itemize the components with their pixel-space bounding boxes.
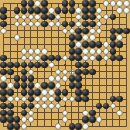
white-stone bbox=[96, 28, 103, 35]
white-stone bbox=[28, 14, 35, 21]
black-stone bbox=[21, 0, 28, 7]
white-stone bbox=[103, 0, 110, 7]
white-stone bbox=[69, 96, 76, 103]
white-stone bbox=[123, 0, 130, 7]
black-stone bbox=[75, 55, 82, 62]
black-stone bbox=[41, 21, 48, 28]
black-stone bbox=[110, 55, 117, 62]
black-stone bbox=[89, 14, 96, 21]
black-stone bbox=[28, 96, 35, 103]
black-stone bbox=[0, 14, 7, 21]
black-stone bbox=[75, 82, 82, 89]
black-stone bbox=[116, 96, 123, 103]
black-stone bbox=[69, 41, 76, 48]
black-stone bbox=[48, 55, 55, 62]
black-stone bbox=[69, 123, 76, 130]
black-stone bbox=[34, 62, 41, 69]
black-stone bbox=[21, 110, 28, 117]
white-stone bbox=[82, 110, 89, 117]
black-stone bbox=[41, 14, 48, 21]
black-stone bbox=[55, 96, 62, 103]
black-stone bbox=[0, 7, 7, 14]
black-stone bbox=[69, 48, 76, 55]
black-stone bbox=[75, 75, 82, 82]
white-stone bbox=[48, 103, 55, 110]
black-stone bbox=[110, 41, 117, 48]
black-stone bbox=[14, 62, 21, 69]
black-stone bbox=[21, 89, 28, 96]
black-stone bbox=[75, 69, 82, 76]
black-stone bbox=[69, 75, 76, 82]
black-stone bbox=[28, 82, 35, 89]
white-stone bbox=[103, 14, 110, 21]
black-stone bbox=[0, 55, 7, 62]
hoshi-point bbox=[105, 23, 107, 25]
white-stone bbox=[28, 21, 35, 28]
black-stone bbox=[21, 7, 28, 14]
black-stone bbox=[7, 69, 14, 76]
black-stone bbox=[116, 41, 123, 48]
black-stone bbox=[62, 0, 69, 7]
white-stone bbox=[0, 28, 7, 35]
black-stone bbox=[0, 89, 7, 96]
black-stone bbox=[14, 116, 21, 123]
black-stone bbox=[0, 62, 7, 69]
black-stone bbox=[7, 116, 14, 123]
white-stone bbox=[75, 14, 82, 21]
white-stone bbox=[14, 34, 21, 41]
black-stone bbox=[48, 14, 55, 21]
black-stone bbox=[75, 123, 82, 130]
white-stone bbox=[21, 96, 28, 103]
white-stone bbox=[34, 103, 41, 110]
white-stone bbox=[116, 7, 123, 14]
white-stone bbox=[48, 75, 55, 82]
white-stone bbox=[103, 48, 110, 55]
white-stone bbox=[28, 110, 35, 117]
black-stone bbox=[75, 96, 82, 103]
white-stone bbox=[55, 103, 62, 110]
white-stone bbox=[116, 0, 123, 7]
white-stone bbox=[62, 69, 69, 76]
white-stone bbox=[82, 34, 89, 41]
white-stone bbox=[28, 116, 35, 123]
black-stone bbox=[75, 48, 82, 55]
black-stone bbox=[21, 75, 28, 82]
black-stone bbox=[21, 103, 28, 110]
white-stone bbox=[55, 123, 62, 130]
white-stone bbox=[96, 14, 103, 21]
white-stone bbox=[62, 55, 69, 62]
black-stone bbox=[69, 55, 76, 62]
white-stone bbox=[21, 21, 28, 28]
white-stone bbox=[62, 110, 69, 117]
black-stone bbox=[0, 103, 7, 110]
white-stone bbox=[62, 28, 69, 35]
white-stone bbox=[62, 75, 69, 82]
white-stone bbox=[21, 55, 28, 62]
last-move-marker-icon bbox=[71, 70, 72, 74]
black-stone bbox=[82, 21, 89, 28]
black-stone bbox=[7, 62, 14, 69]
white-stone bbox=[69, 28, 76, 35]
white-stone bbox=[75, 7, 82, 14]
white-stone bbox=[34, 96, 41, 103]
white-stone bbox=[75, 21, 82, 28]
white-stone bbox=[28, 69, 35, 76]
white-stone bbox=[89, 48, 96, 55]
white-stone bbox=[116, 34, 123, 41]
black-stone bbox=[82, 116, 89, 123]
black-stone bbox=[41, 7, 48, 14]
black-stone bbox=[123, 28, 130, 35]
white-stone bbox=[103, 55, 110, 62]
hoshi-point bbox=[64, 64, 66, 66]
black-stone bbox=[75, 89, 82, 96]
go-board[interactable] bbox=[0, 0, 130, 130]
white-stone bbox=[55, 14, 62, 21]
black-stone bbox=[75, 34, 82, 41]
black-stone bbox=[55, 55, 62, 62]
white-stone bbox=[96, 48, 103, 55]
black-stone bbox=[82, 69, 89, 76]
black-stone bbox=[96, 55, 103, 62]
black-stone bbox=[89, 7, 96, 14]
white-stone bbox=[21, 48, 28, 55]
black-stone bbox=[14, 82, 21, 89]
white-stone bbox=[110, 0, 117, 7]
white-stone bbox=[7, 96, 14, 103]
white-stone bbox=[89, 55, 96, 62]
black-stone bbox=[103, 103, 110, 110]
black-stone bbox=[28, 0, 35, 7]
black-stone bbox=[48, 82, 55, 89]
white-stone bbox=[82, 123, 89, 130]
black-stone bbox=[75, 28, 82, 35]
white-stone bbox=[41, 48, 48, 55]
white-stone bbox=[21, 14, 28, 21]
black-stone bbox=[28, 75, 35, 82]
white-stone bbox=[123, 7, 130, 14]
black-stone bbox=[82, 62, 89, 69]
black-stone bbox=[82, 89, 89, 96]
black-stone bbox=[82, 41, 89, 48]
black-stone bbox=[7, 123, 14, 130]
black-stone bbox=[69, 7, 76, 14]
black-stone bbox=[75, 62, 82, 69]
white-stone bbox=[55, 75, 62, 82]
white-stone bbox=[82, 55, 89, 62]
white-stone bbox=[34, 21, 41, 28]
white-stone bbox=[14, 14, 21, 21]
white-stone bbox=[0, 75, 7, 82]
white-stone bbox=[21, 116, 28, 123]
black-stone bbox=[82, 96, 89, 103]
black-stone bbox=[110, 96, 117, 103]
black-stone bbox=[69, 82, 76, 89]
black-stone bbox=[0, 96, 7, 103]
black-stone bbox=[62, 21, 69, 28]
white-stone bbox=[34, 0, 41, 7]
white-stone bbox=[89, 34, 96, 41]
white-stone bbox=[14, 96, 21, 103]
black-stone bbox=[28, 103, 35, 110]
black-stone bbox=[55, 89, 62, 96]
black-stone bbox=[41, 62, 48, 69]
black-stone bbox=[34, 89, 41, 96]
black-stone bbox=[89, 116, 96, 123]
white-stone bbox=[34, 82, 41, 89]
white-stone bbox=[116, 110, 123, 117]
black-stone bbox=[7, 103, 14, 110]
black-stone bbox=[28, 7, 35, 14]
white-stone bbox=[34, 14, 41, 21]
white-stone bbox=[110, 103, 117, 110]
black-stone bbox=[82, 0, 89, 7]
grid-line-vertical bbox=[119, 3, 120, 127]
white-stone bbox=[48, 21, 55, 28]
black-stone bbox=[41, 55, 48, 62]
black-stone bbox=[62, 7, 69, 14]
black-stone bbox=[21, 62, 28, 69]
black-stone bbox=[14, 75, 21, 82]
white-stone bbox=[48, 96, 55, 103]
grid-line-vertical bbox=[126, 3, 127, 127]
white-stone bbox=[55, 82, 62, 89]
black-stone bbox=[14, 123, 21, 130]
white-stone bbox=[7, 82, 14, 89]
white-stone bbox=[48, 62, 55, 69]
white-stone bbox=[96, 116, 103, 123]
white-stone bbox=[96, 7, 103, 14]
black-stone bbox=[82, 14, 89, 21]
white-stone bbox=[62, 96, 69, 103]
white-stone bbox=[21, 123, 28, 130]
black-stone bbox=[14, 7, 21, 14]
white-stone bbox=[14, 21, 21, 28]
black-stone bbox=[7, 110, 14, 117]
black-stone bbox=[89, 110, 96, 117]
black-stone bbox=[110, 48, 117, 55]
black-stone bbox=[89, 21, 96, 28]
black-stone bbox=[62, 89, 69, 96]
black-stone bbox=[0, 82, 7, 89]
black-stone bbox=[69, 34, 76, 41]
white-stone bbox=[41, 89, 48, 96]
white-stone bbox=[82, 48, 89, 55]
white-stone bbox=[34, 48, 41, 55]
white-stone bbox=[41, 103, 48, 110]
black-stone bbox=[89, 69, 96, 76]
black-stone bbox=[0, 116, 7, 123]
hoshi-point bbox=[64, 105, 66, 107]
hoshi-point bbox=[105, 64, 107, 66]
black-stone bbox=[0, 69, 7, 76]
black-stone bbox=[96, 103, 103, 110]
black-stone bbox=[89, 41, 96, 48]
black-stone bbox=[28, 89, 35, 96]
white-stone bbox=[103, 41, 110, 48]
black-stone bbox=[28, 62, 35, 69]
black-stone bbox=[110, 28, 117, 35]
black-stone bbox=[34, 7, 41, 14]
white-stone bbox=[89, 28, 96, 35]
black-stone bbox=[96, 41, 103, 48]
black-stone bbox=[0, 110, 7, 117]
black-stone bbox=[21, 82, 28, 89]
black-stone bbox=[7, 89, 14, 96]
white-stone bbox=[62, 116, 69, 123]
black-stone bbox=[41, 82, 48, 89]
white-stone bbox=[55, 21, 62, 28]
black-stone bbox=[110, 14, 117, 21]
black-stone bbox=[116, 28, 123, 35]
black-stone bbox=[21, 69, 28, 76]
black-stone bbox=[0, 21, 7, 28]
white-stone bbox=[28, 55, 35, 62]
black-stone bbox=[110, 34, 117, 41]
white-stone bbox=[96, 21, 103, 28]
white-stone bbox=[48, 7, 55, 14]
white-stone bbox=[48, 89, 55, 96]
black-stone bbox=[82, 28, 89, 35]
white-stone bbox=[34, 55, 41, 62]
white-stone bbox=[55, 69, 62, 76]
black-stone bbox=[82, 7, 89, 14]
black-stone bbox=[116, 55, 123, 62]
black-stone bbox=[89, 0, 96, 7]
white-stone bbox=[41, 96, 48, 103]
white-stone bbox=[28, 48, 35, 55]
white-stone bbox=[75, 41, 82, 48]
black-stone bbox=[55, 7, 62, 14]
black-stone bbox=[41, 0, 48, 7]
black-stone bbox=[69, 0, 76, 7]
black-stone bbox=[69, 21, 76, 28]
